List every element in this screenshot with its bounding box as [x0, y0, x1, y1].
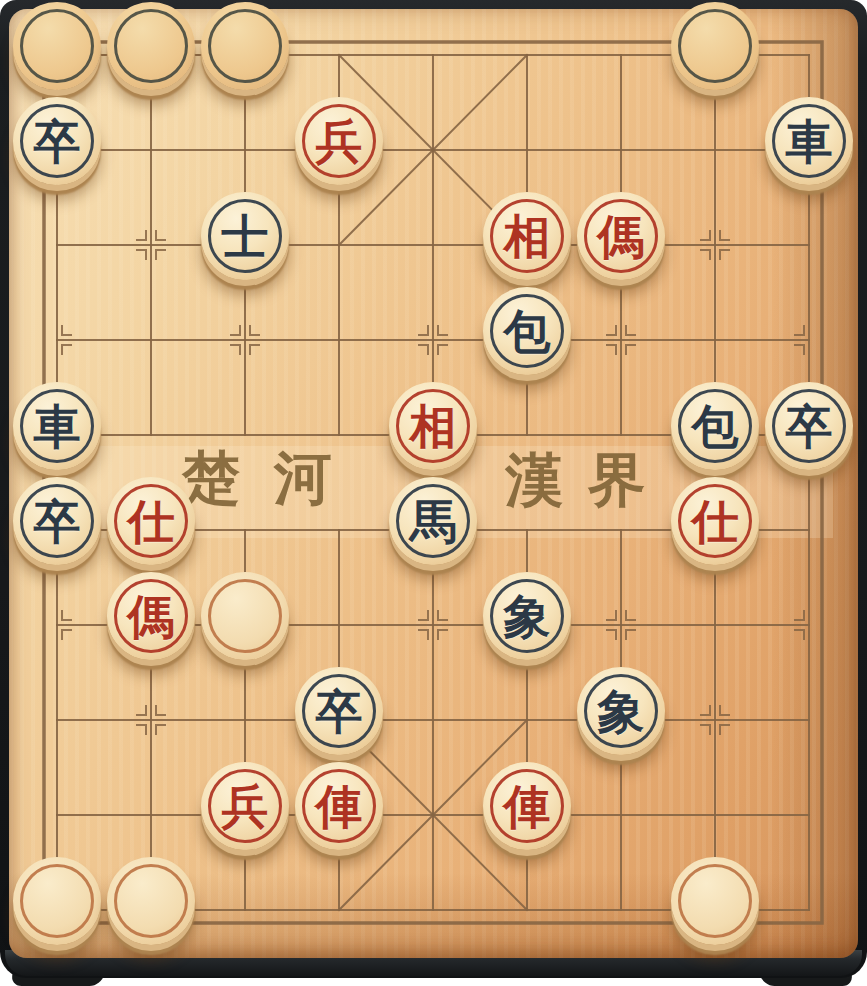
red-pawn-piece[interactable]: 兵: [295, 97, 383, 185]
black-pawn-piece[interactable]: 卒: [13, 97, 101, 185]
piece-glyph: 俥: [295, 762, 383, 850]
red-elephant-piece[interactable]: 相: [483, 192, 571, 280]
red-horse-piece[interactable]: 傌: [577, 192, 665, 280]
red-horse-piece[interactable]: 傌: [107, 572, 195, 660]
piece-glyph: 卒: [295, 667, 383, 755]
red-advisor-piece[interactable]: 仕: [671, 477, 759, 565]
black-elephant-piece[interactable]: 象: [483, 572, 571, 660]
black-horse-piece[interactable]: 馬: [389, 477, 477, 565]
hidden-red-piece[interactable]: [201, 572, 289, 660]
black-pawn-piece[interactable]: 卒: [295, 667, 383, 755]
red-chariot-piece[interactable]: 俥: [295, 762, 383, 850]
river-label-chu-he: 楚河: [181, 444, 366, 512]
piece-glyph: 士: [201, 192, 289, 280]
piece-ring: [678, 9, 752, 83]
black-advisor-piece[interactable]: 士: [201, 192, 289, 280]
piece-glyph: 卒: [13, 477, 101, 565]
piece-glyph: 象: [483, 572, 571, 660]
black-pawn-piece[interactable]: 卒: [765, 382, 853, 470]
piece-ring: [114, 864, 188, 938]
black-elephant-piece[interactable]: 象: [577, 667, 665, 755]
river-label-han-jie: 漢界: [504, 446, 671, 514]
piece-glyph: 象: [577, 667, 665, 755]
hidden-black-piece[interactable]: [13, 2, 101, 90]
piece-ring: [20, 864, 94, 938]
piece-glyph: 馬: [389, 477, 477, 565]
piece-glyph: 相: [389, 382, 477, 470]
red-pawn-piece[interactable]: 兵: [201, 762, 289, 850]
red-advisor-piece[interactable]: 仕: [107, 477, 195, 565]
black-pawn-piece[interactable]: 卒: [13, 477, 101, 565]
piece-glyph: 車: [765, 97, 853, 185]
hidden-black-piece[interactable]: [107, 2, 195, 90]
piece-glyph: 仕: [107, 477, 195, 565]
black-chariot-piece[interactable]: 車: [13, 382, 101, 470]
hidden-red-piece[interactable]: [671, 857, 759, 945]
piece-glyph: 俥: [483, 762, 571, 850]
piece-ring: [20, 9, 94, 83]
piece-glyph: 傌: [577, 192, 665, 280]
xiangqi-app: 楚河 漢界 卒兵車士相傌包車相包卒卒仕馬仕傌象卒象兵俥俥: [0, 0, 867, 986]
piece-glyph: 卒: [13, 97, 101, 185]
piece-glyph: 兵: [295, 97, 383, 185]
hidden-red-piece[interactable]: [107, 857, 195, 945]
black-cannon-piece[interactable]: 包: [483, 287, 571, 375]
piece-glyph: 相: [483, 192, 571, 280]
piece-ring: [208, 9, 282, 83]
black-cannon-piece[interactable]: 包: [671, 382, 759, 470]
red-chariot-piece[interactable]: 俥: [483, 762, 571, 850]
piece-ring: [208, 579, 282, 653]
piece-glyph: 兵: [201, 762, 289, 850]
hidden-black-piece[interactable]: [671, 2, 759, 90]
piece-glyph: 車: [13, 382, 101, 470]
piece-glyph: 包: [483, 287, 571, 375]
hidden-black-piece[interactable]: [201, 2, 289, 90]
piece-ring: [114, 9, 188, 83]
hidden-red-piece[interactable]: [13, 857, 101, 945]
piece-glyph: 仕: [671, 477, 759, 565]
red-elephant-piece[interactable]: 相: [389, 382, 477, 470]
piece-glyph: 傌: [107, 572, 195, 660]
black-chariot-piece[interactable]: 車: [765, 97, 853, 185]
piece-ring: [678, 864, 752, 938]
piece-glyph: 卒: [765, 382, 853, 470]
piece-glyph: 包: [671, 382, 759, 470]
